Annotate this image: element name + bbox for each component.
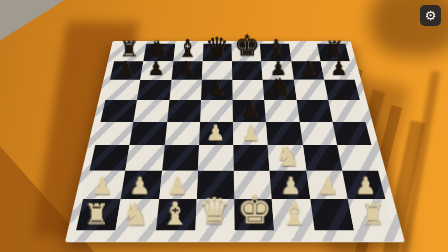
square-a3[interactable] bbox=[89, 145, 129, 171]
square-d6[interactable]: ♟ bbox=[201, 80, 233, 100]
square-a6[interactable] bbox=[105, 80, 140, 100]
square-e1[interactable]: ♚ bbox=[234, 199, 274, 230]
square-e5[interactable]: ♟ bbox=[233, 100, 266, 122]
square-b1[interactable]: ♞ bbox=[116, 199, 159, 230]
piece-white-king[interactable]: ♚ bbox=[237, 190, 272, 229]
square-h2[interactable]: ♟ bbox=[342, 171, 385, 199]
piece-white-bishop[interactable]: ♝ bbox=[161, 197, 190, 229]
square-g7[interactable]: ♟ bbox=[291, 61, 324, 80]
square-b5[interactable] bbox=[134, 100, 169, 122]
piece-black-queen[interactable]: ♛ bbox=[205, 34, 229, 61]
piece-white-queen[interactable]: ♛ bbox=[199, 193, 231, 229]
piece-black-pawn[interactable]: ♟ bbox=[178, 60, 195, 79]
square-a4[interactable] bbox=[95, 122, 133, 146]
piece-black-bishop[interactable]: ♝ bbox=[177, 37, 198, 61]
game-scene: ♜♞♝♛♚♝♜♟♟♟♟♟♟♟♞♟♟♟♞♟♟♟♟♟♟♜♞♝♛♚♝♜ ⚙ bbox=[0, 0, 448, 252]
square-a5[interactable] bbox=[101, 100, 138, 122]
piece-white-knight[interactable]: ♞ bbox=[275, 142, 300, 170]
piece-black-knight[interactable]: ♞ bbox=[148, 38, 169, 61]
square-e3[interactable] bbox=[233, 145, 270, 171]
square-g6[interactable] bbox=[293, 80, 328, 100]
board-squares: ♜♞♝♛♚♝♜♟♟♟♟♟♟♟♞♟♟♟♞♟♟♟♟♟♟♜♞♝♛♚♝♜ bbox=[76, 44, 393, 230]
square-a1[interactable]: ♜ bbox=[76, 199, 121, 230]
square-e7[interactable] bbox=[232, 61, 263, 80]
square-g5[interactable] bbox=[296, 100, 332, 122]
square-c6[interactable] bbox=[169, 80, 202, 100]
piece-white-knight[interactable]: ♞ bbox=[122, 198, 150, 229]
piece-black-pawn[interactable]: ♟ bbox=[208, 79, 226, 99]
settings-button[interactable]: ⚙ bbox=[420, 5, 441, 26]
board-border: ♜♞♝♛♚♝♜♟♟♟♟♟♟♟♞♟♟♟♞♟♟♟♟♟♟♜♞♝♛♚♝♜ bbox=[65, 41, 405, 242]
square-g3[interactable] bbox=[302, 145, 342, 171]
chess-board: ♜♞♝♛♚♝♜♟♟♟♟♟♟♟♞♟♟♟♞♟♟♟♟♟♟♜♞♝♛♚♝♜ bbox=[65, 41, 405, 242]
piece-white-pawn[interactable]: ♟ bbox=[91, 174, 112, 198]
square-f5[interactable] bbox=[264, 100, 299, 122]
piece-white-pawn[interactable]: ♟ bbox=[206, 123, 226, 145]
square-b6[interactable] bbox=[137, 80, 171, 100]
piece-black-king[interactable]: ♚ bbox=[234, 31, 260, 60]
piece-black-pawn[interactable]: ♟ bbox=[240, 100, 259, 121]
square-f6[interactable]: ♞ bbox=[263, 80, 296, 100]
square-f3[interactable]: ♞ bbox=[268, 145, 306, 171]
square-b4[interactable] bbox=[130, 122, 167, 146]
square-d8[interactable]: ♛ bbox=[203, 44, 232, 61]
piece-white-pawn[interactable]: ♟ bbox=[129, 174, 150, 198]
square-c5[interactable] bbox=[167, 100, 201, 122]
square-h4[interactable] bbox=[332, 122, 371, 146]
square-g1[interactable] bbox=[310, 199, 354, 230]
square-c4[interactable] bbox=[164, 122, 200, 146]
square-h1[interactable]: ♜ bbox=[348, 199, 394, 230]
piece-black-bishop[interactable]: ♝ bbox=[265, 37, 286, 61]
square-g2[interactable]: ♟ bbox=[306, 171, 348, 199]
square-b7[interactable]: ♟ bbox=[141, 61, 174, 80]
piece-black-pawn[interactable]: ♟ bbox=[117, 60, 134, 79]
square-d4[interactable]: ♟ bbox=[199, 122, 234, 146]
square-d3[interactable] bbox=[198, 145, 234, 171]
square-f1[interactable]: ♝ bbox=[272, 199, 314, 230]
board-stage: ♜♞♝♛♚♝♜♟♟♟♟♟♟♟♞♟♟♟♞♟♟♟♟♟♟♜♞♝♛♚♝♜ bbox=[0, 0, 448, 252]
square-a2[interactable]: ♟ bbox=[83, 171, 125, 199]
square-h7[interactable]: ♟ bbox=[320, 61, 354, 80]
square-g4[interactable] bbox=[299, 122, 337, 146]
piece-white-pawn[interactable]: ♟ bbox=[318, 174, 339, 198]
square-h6[interactable] bbox=[324, 80, 360, 100]
piece-black-pawn[interactable]: ♟ bbox=[147, 60, 164, 79]
piece-white-bishop[interactable]: ♝ bbox=[280, 197, 309, 229]
piece-black-knight[interactable]: ♞ bbox=[269, 74, 291, 99]
square-d1[interactable]: ♛ bbox=[195, 199, 235, 230]
piece-white-pawn[interactable]: ♟ bbox=[356, 174, 377, 198]
piece-white-rook[interactable]: ♜ bbox=[83, 201, 109, 230]
square-c7[interactable]: ♟ bbox=[171, 61, 202, 80]
square-d5[interactable] bbox=[200, 100, 233, 122]
square-c1[interactable]: ♝ bbox=[155, 199, 196, 230]
square-a7[interactable]: ♟ bbox=[110, 61, 144, 80]
square-c3[interactable] bbox=[162, 145, 199, 171]
piece-white-rook[interactable]: ♜ bbox=[360, 201, 386, 230]
square-h5[interactable] bbox=[328, 100, 365, 122]
square-e6[interactable] bbox=[232, 80, 264, 100]
piece-black-pawn[interactable]: ♟ bbox=[300, 60, 317, 79]
square-b3[interactable] bbox=[126, 145, 165, 171]
gear-icon: ⚙ bbox=[425, 9, 437, 22]
square-e8[interactable]: ♚ bbox=[232, 44, 262, 61]
piece-white-pawn[interactable]: ♟ bbox=[241, 123, 261, 145]
piece-black-pawn[interactable]: ♟ bbox=[331, 60, 348, 79]
square-h3[interactable] bbox=[337, 145, 378, 171]
square-e4[interactable]: ♟ bbox=[233, 122, 268, 146]
